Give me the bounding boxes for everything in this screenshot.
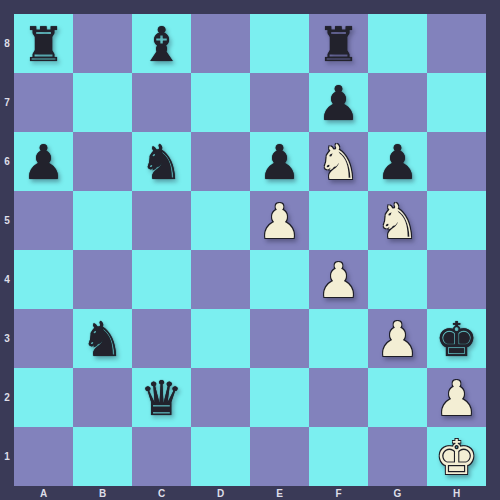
square-b8[interactable]	[73, 14, 132, 73]
square-e4[interactable]	[250, 250, 309, 309]
black-queen-c2[interactable]: ♛	[140, 374, 183, 422]
file-labels: ABCDEFGH	[14, 486, 486, 500]
square-h2[interactable]: ♟	[427, 368, 486, 427]
square-f2[interactable]	[309, 368, 368, 427]
square-g2[interactable]	[368, 368, 427, 427]
black-king-h3[interactable]: ♚	[435, 315, 478, 363]
square-c8[interactable]: ♝	[132, 14, 191, 73]
square-b6[interactable]	[73, 132, 132, 191]
square-h3[interactable]: ♚	[427, 309, 486, 368]
square-a8[interactable]: ♜	[14, 14, 73, 73]
square-d8[interactable]	[191, 14, 250, 73]
square-d4[interactable]	[191, 250, 250, 309]
rank-label-3: 3	[0, 309, 14, 368]
black-bishop-c8[interactable]: ♝	[140, 20, 183, 68]
black-rook-a8[interactable]: ♜	[22, 20, 65, 68]
rank-label-4: 4	[0, 250, 14, 309]
square-f8[interactable]: ♜	[309, 14, 368, 73]
square-h4[interactable]	[427, 250, 486, 309]
square-f4[interactable]: ♟	[309, 250, 368, 309]
square-b4[interactable]	[73, 250, 132, 309]
black-rook-f8[interactable]: ♜	[317, 20, 360, 68]
square-a5[interactable]	[14, 191, 73, 250]
square-d7[interactable]	[191, 73, 250, 132]
file-label-c: C	[132, 486, 191, 500]
square-a6[interactable]: ♟	[14, 132, 73, 191]
square-f3[interactable]	[309, 309, 368, 368]
square-b2[interactable]	[73, 368, 132, 427]
square-d3[interactable]	[191, 309, 250, 368]
file-label-a: A	[14, 486, 73, 500]
square-g8[interactable]	[368, 14, 427, 73]
square-e1[interactable]	[250, 427, 309, 486]
rank-label-1: 1	[0, 427, 14, 486]
file-label-h: H	[427, 486, 486, 500]
square-d2[interactable]	[191, 368, 250, 427]
square-d6[interactable]	[191, 132, 250, 191]
square-g7[interactable]	[368, 73, 427, 132]
square-c5[interactable]	[132, 191, 191, 250]
rank-label-8: 8	[0, 14, 14, 73]
square-c1[interactable]	[132, 427, 191, 486]
square-a4[interactable]	[14, 250, 73, 309]
black-knight-c6[interactable]: ♞	[140, 138, 183, 186]
square-c4[interactable]	[132, 250, 191, 309]
square-b5[interactable]	[73, 191, 132, 250]
square-f6[interactable]: ♞	[309, 132, 368, 191]
file-label-g: G	[368, 486, 427, 500]
white-pawn-g3[interactable]: ♟	[376, 315, 419, 363]
square-c7[interactable]	[132, 73, 191, 132]
file-label-f: F	[309, 486, 368, 500]
square-f7[interactable]: ♟	[309, 73, 368, 132]
white-knight-f6[interactable]: ♞	[317, 138, 360, 186]
square-d1[interactable]	[191, 427, 250, 486]
white-pawn-h2[interactable]: ♟	[435, 374, 478, 422]
square-h7[interactable]	[427, 73, 486, 132]
square-e6[interactable]: ♟	[250, 132, 309, 191]
square-d5[interactable]	[191, 191, 250, 250]
white-pawn-e5[interactable]: ♟	[258, 197, 301, 245]
square-h5[interactable]	[427, 191, 486, 250]
square-a1[interactable]	[14, 427, 73, 486]
square-b1[interactable]	[73, 427, 132, 486]
rank-label-7: 7	[0, 73, 14, 132]
black-pawn-e6[interactable]: ♟	[258, 138, 301, 186]
white-king-h1[interactable]: ♚	[435, 433, 478, 481]
black-knight-b3[interactable]: ♞	[81, 315, 124, 363]
square-e3[interactable]	[250, 309, 309, 368]
square-h6[interactable]	[427, 132, 486, 191]
black-pawn-f7[interactable]: ♟	[317, 79, 360, 127]
square-g3[interactable]: ♟	[368, 309, 427, 368]
square-f5[interactable]	[309, 191, 368, 250]
square-g1[interactable]	[368, 427, 427, 486]
square-c2[interactable]: ♛	[132, 368, 191, 427]
file-label-e: E	[250, 486, 309, 500]
square-c3[interactable]	[132, 309, 191, 368]
rank-label-6: 6	[0, 132, 14, 191]
square-g6[interactable]: ♟	[368, 132, 427, 191]
black-pawn-a6[interactable]: ♟	[22, 138, 65, 186]
square-a7[interactable]	[14, 73, 73, 132]
rank-label-5: 5	[0, 191, 14, 250]
square-g5[interactable]: ♞	[368, 191, 427, 250]
chess-board[interactable]: ♜♝♜♟♟♞♟♞♟♟♞♟♞♟♚♛♟♚	[14, 14, 486, 486]
square-e2[interactable]	[250, 368, 309, 427]
black-pawn-g6[interactable]: ♟	[376, 138, 419, 186]
square-e8[interactable]	[250, 14, 309, 73]
chess-board-frame: 87654321 ♜♝♜♟♟♞♟♞♟♟♞♟♞♟♚♛♟♚ ABCDEFGH	[0, 0, 500, 500]
white-pawn-f4[interactable]: ♟	[317, 256, 360, 304]
square-e5[interactable]: ♟	[250, 191, 309, 250]
square-b7[interactable]	[73, 73, 132, 132]
square-g4[interactable]	[368, 250, 427, 309]
square-b3[interactable]: ♞	[73, 309, 132, 368]
square-f1[interactable]	[309, 427, 368, 486]
square-a3[interactable]	[14, 309, 73, 368]
square-h1[interactable]: ♚	[427, 427, 486, 486]
rank-labels: 87654321	[0, 14, 14, 486]
white-knight-g5[interactable]: ♞	[376, 197, 419, 245]
square-h8[interactable]	[427, 14, 486, 73]
square-e7[interactable]	[250, 73, 309, 132]
rank-label-2: 2	[0, 368, 14, 427]
file-label-d: D	[191, 486, 250, 500]
square-c6[interactable]: ♞	[132, 132, 191, 191]
file-label-b: B	[73, 486, 132, 500]
square-a2[interactable]	[14, 368, 73, 427]
